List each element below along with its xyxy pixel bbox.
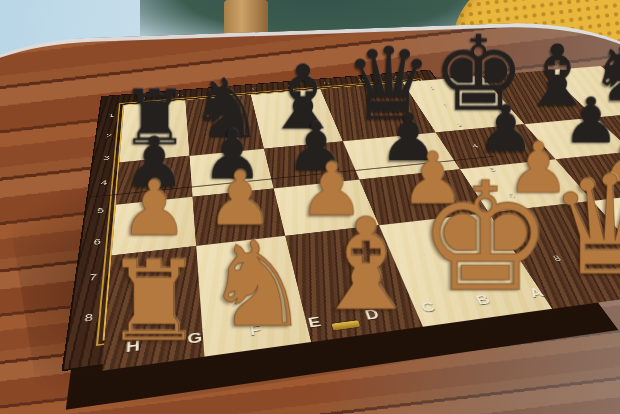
piece-white-king-e8[interactable]: ♚	[418, 161, 553, 312]
square-h8[interactable]: ♜	[102, 246, 204, 371]
piece-white-pawn-h7[interactable]: ♟	[120, 170, 189, 247]
rank-label-left-5: 5	[89, 195, 112, 226]
square-g8[interactable]: ♞	[196, 236, 311, 357]
piece-white-bishop-f8[interactable]: ♝	[308, 201, 422, 329]
piece-white-rook-h8[interactable]: ♜	[104, 246, 203, 357]
rank-label-left-7: 7	[80, 257, 106, 297]
rank-label-left-1: 1	[102, 105, 120, 126]
rank-label-left-3: 3	[96, 145, 116, 170]
piece-white-knight-g8[interactable]: ♞	[204, 224, 310, 343]
piece-white-queen-d8[interactable]: ♛	[548, 158, 620, 295]
rank-label-left-2: 2	[99, 124, 118, 147]
rank-label-left-4: 4	[93, 169, 114, 197]
photo-scene: ♜♞♝♛♚♝♞♜♟♟♟♟♟♟♟♟♟♟♟♟♟♟♟♟♜♞♝♚♛♝♞♜ 1234567…	[0, 0, 620, 414]
chess-board: ♜♞♝♛♚♝♞♜♟♟♟♟♟♟♟♟♟♟♟♟♟♟♟♟♜♞♝♚♛♝♞♜ 1234567…	[64, 70, 600, 369]
board-squares: ♜♞♝♛♚♝♞♜♟♟♟♟♟♟♟♟♟♟♟♟♟♟♟♟♜♞♝♚♛♝♞♜	[103, 80, 561, 340]
rank-label-left-8: 8	[74, 295, 103, 341]
